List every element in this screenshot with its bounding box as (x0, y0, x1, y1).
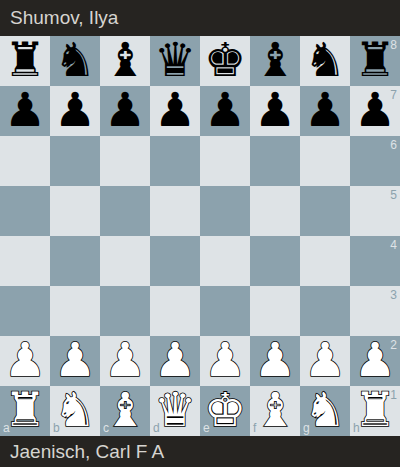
square-d3[interactable] (150, 286, 200, 336)
square-b1[interactable]: ♞b (50, 386, 100, 436)
piece-white-pawn: ♟ (104, 336, 146, 383)
square-g5[interactable] (300, 186, 350, 236)
piece-white-pawn: ♟ (304, 336, 346, 383)
square-g6[interactable] (300, 136, 350, 186)
player-bar-white: Jaenisch, Carl F A (0, 436, 400, 467)
piece-black-pawn: ♟ (254, 86, 296, 133)
square-c5[interactable] (100, 186, 150, 236)
coord-rank-3: 3 (390, 289, 397, 301)
piece-white-bishop: ♝ (104, 386, 146, 433)
piece-white-knight: ♞ (54, 386, 96, 433)
square-a1[interactable]: ♜a (0, 386, 50, 436)
square-b2[interactable]: ♟ (50, 336, 100, 386)
piece-black-king: ♚ (204, 36, 246, 83)
square-h3[interactable]: 3 (350, 286, 400, 336)
coord-file-b: b (53, 422, 60, 434)
piece-white-bishop: ♝ (254, 386, 296, 433)
piece-white-pawn: ♟ (54, 336, 96, 383)
square-h2[interactable]: ♟2 (350, 336, 400, 386)
coord-rank-7: 7 (390, 89, 397, 101)
square-f4[interactable] (250, 236, 300, 286)
square-e3[interactable] (200, 286, 250, 336)
coord-file-d: d (153, 422, 160, 434)
square-h6[interactable]: 6 (350, 136, 400, 186)
square-a3[interactable] (0, 286, 50, 336)
square-e6[interactable] (200, 136, 250, 186)
coord-file-h: h (353, 422, 360, 434)
coord-rank-6: 6 (390, 139, 397, 151)
square-d2[interactable]: ♟ (150, 336, 200, 386)
square-g7[interactable]: ♟ (300, 86, 350, 136)
square-e4[interactable] (200, 236, 250, 286)
square-d8[interactable]: ♛ (150, 36, 200, 86)
square-h5[interactable]: 5 (350, 186, 400, 236)
square-b7[interactable]: ♟ (50, 86, 100, 136)
chess-board: ♜♞♝♛♚♝♞♜8♟♟♟♟♟♟♟♟76543♟♟♟♟♟♟♟♟2♜a♞b♝c♛d♚… (0, 36, 400, 436)
piece-white-pawn: ♟ (204, 336, 246, 383)
coord-file-g: g (303, 422, 310, 434)
square-f2[interactable]: ♟ (250, 336, 300, 386)
piece-black-knight: ♞ (304, 36, 346, 83)
coord-file-e: e (203, 422, 210, 434)
square-c1[interactable]: ♝c (100, 386, 150, 436)
square-f1[interactable]: ♝f (250, 386, 300, 436)
piece-black-pawn: ♟ (104, 86, 146, 133)
square-c6[interactable] (100, 136, 150, 186)
piece-black-pawn: ♟ (204, 86, 246, 133)
chess-game-frame: Shumov, Ilya ♜♞♝♛♚♝♞♜8♟♟♟♟♟♟♟♟76543♟♟♟♟♟… (0, 0, 400, 467)
square-a8[interactable]: ♜ (0, 36, 50, 86)
square-c3[interactable] (100, 286, 150, 336)
piece-black-pawn: ♟ (54, 86, 96, 133)
piece-black-bishop: ♝ (254, 36, 296, 83)
square-b6[interactable] (50, 136, 100, 186)
square-b3[interactable] (50, 286, 100, 336)
square-g1[interactable]: ♞g (300, 386, 350, 436)
square-h8[interactable]: ♜8 (350, 36, 400, 86)
player-name-black: Shumov, Ilya (10, 7, 118, 29)
square-c2[interactable]: ♟ (100, 336, 150, 386)
square-d6[interactable] (150, 136, 200, 186)
square-f7[interactable]: ♟ (250, 86, 300, 136)
square-a5[interactable] (0, 186, 50, 236)
square-e1[interactable]: ♚e (200, 386, 250, 436)
square-d5[interactable] (150, 186, 200, 236)
square-c7[interactable]: ♟ (100, 86, 150, 136)
piece-white-king: ♚ (204, 386, 246, 433)
coord-rank-5: 5 (390, 189, 397, 201)
square-g8[interactable]: ♞ (300, 36, 350, 86)
piece-black-pawn: ♟ (154, 86, 196, 133)
square-f5[interactable] (250, 186, 300, 236)
coord-rank-2: 2 (390, 339, 397, 351)
piece-white-knight: ♞ (304, 386, 346, 433)
square-b5[interactable] (50, 186, 100, 236)
square-g3[interactable] (300, 286, 350, 336)
piece-black-pawn: ♟ (4, 86, 46, 133)
piece-black-bishop: ♝ (104, 36, 146, 83)
square-b8[interactable]: ♞ (50, 36, 100, 86)
square-e8[interactable]: ♚ (200, 36, 250, 86)
square-b4[interactable] (50, 236, 100, 286)
piece-white-pawn: ♟ (154, 336, 196, 383)
square-e7[interactable]: ♟ (200, 86, 250, 136)
piece-white-rook: ♜ (4, 386, 46, 433)
player-name-white: Jaenisch, Carl F A (10, 441, 164, 463)
piece-black-rook: ♜ (4, 36, 46, 83)
coord-rank-8: 8 (390, 39, 397, 51)
square-a2[interactable]: ♟ (0, 336, 50, 386)
square-f8[interactable]: ♝ (250, 36, 300, 86)
player-bar-black: Shumov, Ilya (0, 0, 400, 36)
square-h1[interactable]: ♜1h (350, 386, 400, 436)
square-a7[interactable]: ♟ (0, 86, 50, 136)
piece-white-queen: ♛ (154, 386, 196, 433)
square-a4[interactable] (0, 236, 50, 286)
piece-black-queen: ♛ (154, 36, 196, 83)
piece-black-pawn: ♟ (304, 86, 346, 133)
square-c8[interactable]: ♝ (100, 36, 150, 86)
square-f3[interactable] (250, 286, 300, 336)
square-e5[interactable] (200, 186, 250, 236)
square-g4[interactable] (300, 236, 350, 286)
square-d7[interactable]: ♟ (150, 86, 200, 136)
square-e2[interactable]: ♟ (200, 336, 250, 386)
square-f6[interactable] (250, 136, 300, 186)
piece-white-pawn: ♟ (254, 336, 296, 383)
coord-file-f: f (253, 422, 256, 434)
piece-black-knight: ♞ (54, 36, 96, 83)
square-a6[interactable] (0, 136, 50, 186)
coord-file-a: a (3, 422, 10, 434)
square-g2[interactable]: ♟ (300, 336, 350, 386)
square-d1[interactable]: ♛d (150, 386, 200, 436)
square-h4[interactable]: 4 (350, 236, 400, 286)
coord-rank-1: 1 (390, 389, 397, 401)
coord-rank-4: 4 (390, 239, 397, 251)
square-d4[interactable] (150, 236, 200, 286)
square-c4[interactable] (100, 236, 150, 286)
coord-file-c: c (103, 422, 109, 434)
square-h7[interactable]: ♟7 (350, 86, 400, 136)
piece-white-pawn: ♟ (4, 336, 46, 383)
